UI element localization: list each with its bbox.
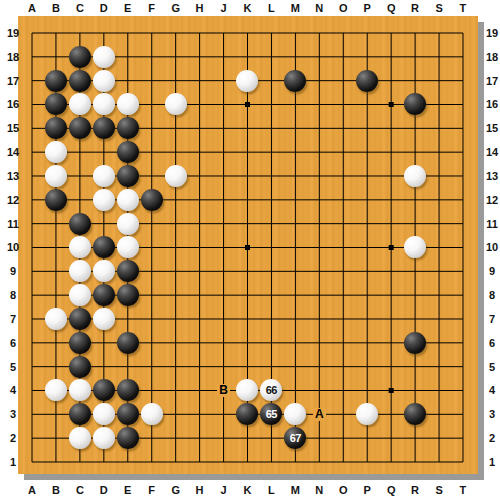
intersection-Q11[interactable] [379,212,403,236]
intersection-G3[interactable] [164,402,188,426]
intersection-F1[interactable] [140,450,164,474]
intersection-S7[interactable] [427,307,451,331]
intersection-D2[interactable] [92,426,116,450]
intersection-S1[interactable] [427,450,451,474]
intersection-D3[interactable] [92,402,116,426]
intersection-T17[interactable] [451,69,475,93]
intersection-L4[interactable]: 66 [259,379,283,403]
intersection-F6[interactable] [140,331,164,355]
intersection-P19[interactable] [355,21,379,45]
intersection-O17[interactable] [331,69,355,93]
intersection-O2[interactable] [331,426,355,450]
intersection-M3[interactable] [283,402,307,426]
intersection-M5[interactable] [283,355,307,379]
intersection-G2[interactable] [164,426,188,450]
intersection-K8[interactable] [235,283,259,307]
intersection-L13[interactable] [259,164,283,188]
intersection-H1[interactable] [188,450,212,474]
intersection-Q16[interactable] [379,93,403,117]
intersection-R7[interactable] [403,307,427,331]
intersection-L1[interactable] [259,450,283,474]
intersection-M17[interactable] [283,69,307,93]
intersection-H6[interactable] [188,331,212,355]
intersection-P17[interactable] [355,69,379,93]
intersection-R19[interactable] [403,21,427,45]
intersection-G1[interactable] [164,450,188,474]
intersection-J5[interactable] [212,355,236,379]
intersection-K2[interactable] [235,426,259,450]
intersection-P15[interactable] [355,116,379,140]
intersection-N10[interactable] [307,236,331,260]
intersection-Q3[interactable] [379,402,403,426]
intersection-O6[interactable] [331,331,355,355]
intersection-E10[interactable] [116,236,140,260]
intersection-H2[interactable] [188,426,212,450]
intersection-E18[interactable] [116,45,140,69]
intersection-K6[interactable] [235,331,259,355]
intersection-J12[interactable] [212,188,236,212]
intersection-K11[interactable] [235,212,259,236]
intersection-S18[interactable] [427,45,451,69]
intersection-J1[interactable] [212,450,236,474]
intersection-N2[interactable] [307,426,331,450]
intersection-E3[interactable] [116,402,140,426]
intersection-N15[interactable] [307,116,331,140]
intersection-K3[interactable] [235,402,259,426]
intersection-M2[interactable]: 67 [283,426,307,450]
intersection-R8[interactable] [403,283,427,307]
intersection-T1[interactable] [451,450,475,474]
intersection-B7[interactable] [44,307,68,331]
intersection-Q12[interactable] [379,188,403,212]
intersection-Q6[interactable] [379,331,403,355]
intersection-H4[interactable] [188,379,212,403]
intersection-O12[interactable] [331,188,355,212]
intersection-R2[interactable] [403,426,427,450]
intersection-S10[interactable] [427,236,451,260]
intersection-T6[interactable] [451,331,475,355]
intersection-H12[interactable] [188,188,212,212]
intersection-N9[interactable] [307,259,331,283]
intersection-H18[interactable] [188,45,212,69]
intersection-B15[interactable] [44,116,68,140]
intersection-E7[interactable] [116,307,140,331]
intersection-Q4[interactable] [379,379,403,403]
intersection-R3[interactable] [403,402,427,426]
intersection-H3[interactable] [188,402,212,426]
intersection-F19[interactable] [140,21,164,45]
intersection-C7[interactable] [68,307,92,331]
intersection-Q15[interactable] [379,116,403,140]
intersection-F2[interactable] [140,426,164,450]
intersection-J16[interactable] [212,93,236,117]
intersection-G12[interactable] [164,188,188,212]
intersection-B16[interactable] [44,93,68,117]
intersection-C1[interactable] [68,450,92,474]
intersection-T11[interactable] [451,212,475,236]
intersection-G6[interactable] [164,331,188,355]
intersection-C17[interactable] [68,69,92,93]
intersection-T14[interactable] [451,140,475,164]
intersection-S5[interactable] [427,355,451,379]
intersection-R17[interactable] [403,69,427,93]
intersection-R1[interactable] [403,450,427,474]
intersection-J11[interactable] [212,212,236,236]
intersection-C2[interactable] [68,426,92,450]
intersection-E5[interactable] [116,355,140,379]
intersection-D10[interactable] [92,236,116,260]
intersection-S11[interactable] [427,212,451,236]
intersection-C14[interactable] [68,140,92,164]
intersection-S2[interactable] [427,426,451,450]
intersection-S15[interactable] [427,116,451,140]
intersection-B17[interactable] [44,69,68,93]
intersection-N13[interactable] [307,164,331,188]
intersection-G17[interactable] [164,69,188,93]
intersection-K17[interactable] [235,69,259,93]
intersection-P3[interactable] [355,402,379,426]
intersection-L5[interactable] [259,355,283,379]
intersection-F13[interactable] [140,164,164,188]
intersection-K5[interactable] [235,355,259,379]
intersection-N17[interactable] [307,69,331,93]
intersection-G19[interactable] [164,21,188,45]
intersection-S17[interactable] [427,69,451,93]
intersection-P13[interactable] [355,164,379,188]
intersection-O1[interactable] [331,450,355,474]
intersection-M9[interactable] [283,259,307,283]
intersection-R14[interactable] [403,140,427,164]
intersection-E1[interactable] [116,450,140,474]
intersection-J14[interactable] [212,140,236,164]
intersection-P12[interactable] [355,188,379,212]
intersection-O15[interactable] [331,116,355,140]
intersection-C16[interactable] [68,93,92,117]
intersection-G14[interactable] [164,140,188,164]
intersection-M6[interactable] [283,331,307,355]
intersection-D13[interactable] [92,164,116,188]
intersection-M12[interactable] [283,188,307,212]
intersection-F10[interactable] [140,236,164,260]
intersection-F4[interactable] [140,379,164,403]
intersection-B10[interactable] [44,236,68,260]
intersection-H15[interactable] [188,116,212,140]
intersection-E17[interactable] [116,69,140,93]
intersection-R6[interactable] [403,331,427,355]
intersection-T5[interactable] [451,355,475,379]
intersection-T13[interactable] [451,164,475,188]
intersection-J17[interactable] [212,69,236,93]
intersection-T9[interactable] [451,259,475,283]
intersection-O8[interactable] [331,283,355,307]
intersection-N12[interactable] [307,188,331,212]
intersection-N11[interactable] [307,212,331,236]
intersection-Q19[interactable] [379,21,403,45]
intersection-H11[interactable] [188,212,212,236]
intersection-F12[interactable] [140,188,164,212]
intersection-M11[interactable] [283,212,307,236]
intersection-C6[interactable] [68,331,92,355]
intersection-S12[interactable] [427,188,451,212]
intersection-Q2[interactable] [379,426,403,450]
intersection-H14[interactable] [188,140,212,164]
intersection-P16[interactable] [355,93,379,117]
intersection-P9[interactable] [355,259,379,283]
intersection-R11[interactable] [403,212,427,236]
intersection-L7[interactable] [259,307,283,331]
intersection-T12[interactable] [451,188,475,212]
intersection-L17[interactable] [259,69,283,93]
intersection-T15[interactable] [451,116,475,140]
intersection-L6[interactable] [259,331,283,355]
intersection-G18[interactable] [164,45,188,69]
intersection-Q5[interactable] [379,355,403,379]
intersection-H16[interactable] [188,93,212,117]
intersection-O9[interactable] [331,259,355,283]
intersection-S16[interactable] [427,93,451,117]
intersection-G15[interactable] [164,116,188,140]
intersection-M1[interactable] [283,450,307,474]
intersection-Q7[interactable] [379,307,403,331]
intersection-B13[interactable] [44,164,68,188]
intersection-M10[interactable] [283,236,307,260]
intersection-J2[interactable] [212,426,236,450]
intersection-N3[interactable]: A [307,402,331,426]
intersection-M16[interactable] [283,93,307,117]
intersection-H9[interactable] [188,259,212,283]
intersection-K12[interactable] [235,188,259,212]
intersection-K13[interactable] [235,164,259,188]
intersection-E12[interactable] [116,188,140,212]
intersection-D14[interactable] [92,140,116,164]
intersection-E19[interactable] [116,21,140,45]
intersection-T3[interactable] [451,402,475,426]
intersection-D12[interactable] [92,188,116,212]
intersection-C11[interactable] [68,212,92,236]
intersection-K9[interactable] [235,259,259,283]
intersection-T4[interactable] [451,379,475,403]
intersection-G13[interactable] [164,164,188,188]
intersection-D1[interactable] [92,450,116,474]
intersection-M4[interactable] [283,379,307,403]
intersection-M14[interactable] [283,140,307,164]
intersection-B6[interactable] [44,331,68,355]
intersection-G10[interactable] [164,236,188,260]
intersection-R9[interactable] [403,259,427,283]
intersection-T18[interactable] [451,45,475,69]
intersection-M8[interactable] [283,283,307,307]
intersection-P6[interactable] [355,331,379,355]
intersection-D17[interactable] [92,69,116,93]
intersection-D16[interactable] [92,93,116,117]
intersection-S3[interactable] [427,402,451,426]
intersection-N14[interactable] [307,140,331,164]
intersection-G5[interactable] [164,355,188,379]
intersection-E4[interactable] [116,379,140,403]
intersection-D15[interactable] [92,116,116,140]
intersection-M15[interactable] [283,116,307,140]
intersection-H17[interactable] [188,69,212,93]
intersection-H13[interactable] [188,164,212,188]
intersection-D5[interactable] [92,355,116,379]
intersection-H5[interactable] [188,355,212,379]
intersection-O16[interactable] [331,93,355,117]
intersection-C19[interactable] [68,21,92,45]
intersection-B19[interactable] [44,21,68,45]
intersection-P8[interactable] [355,283,379,307]
intersection-C8[interactable] [68,283,92,307]
intersection-D4[interactable] [92,379,116,403]
intersection-S8[interactable] [427,283,451,307]
intersection-Q14[interactable] [379,140,403,164]
intersection-L16[interactable] [259,93,283,117]
intersection-S9[interactable] [427,259,451,283]
intersection-L12[interactable] [259,188,283,212]
intersection-H7[interactable] [188,307,212,331]
intersection-R5[interactable] [403,355,427,379]
intersection-J9[interactable] [212,259,236,283]
intersection-J10[interactable] [212,236,236,260]
intersection-F7[interactable] [140,307,164,331]
intersection-J13[interactable] [212,164,236,188]
intersection-C5[interactable] [68,355,92,379]
intersection-K18[interactable] [235,45,259,69]
intersection-F3[interactable] [140,402,164,426]
intersection-J6[interactable] [212,331,236,355]
intersection-J4[interactable]: B [212,379,236,403]
intersection-E15[interactable] [116,116,140,140]
intersection-F9[interactable] [140,259,164,283]
intersection-G4[interactable] [164,379,188,403]
intersection-J15[interactable] [212,116,236,140]
intersection-J8[interactable] [212,283,236,307]
intersection-E13[interactable] [116,164,140,188]
intersection-S13[interactable] [427,164,451,188]
intersection-J19[interactable] [212,21,236,45]
intersection-K14[interactable] [235,140,259,164]
intersection-O18[interactable] [331,45,355,69]
intersection-R15[interactable] [403,116,427,140]
intersection-K7[interactable] [235,307,259,331]
intersection-B5[interactable] [44,355,68,379]
intersection-M18[interactable] [283,45,307,69]
intersection-G8[interactable] [164,283,188,307]
intersection-L9[interactable] [259,259,283,283]
intersection-B18[interactable] [44,45,68,69]
intersection-L15[interactable] [259,116,283,140]
intersection-D6[interactable] [92,331,116,355]
intersection-C12[interactable] [68,188,92,212]
intersection-N1[interactable] [307,450,331,474]
intersection-C18[interactable] [68,45,92,69]
intersection-D19[interactable] [92,21,116,45]
intersection-B2[interactable] [44,426,68,450]
intersection-F15[interactable] [140,116,164,140]
intersection-N4[interactable] [307,379,331,403]
intersection-T10[interactable] [451,236,475,260]
intersection-B12[interactable] [44,188,68,212]
intersection-N19[interactable] [307,21,331,45]
intersection-E9[interactable] [116,259,140,283]
intersection-S14[interactable] [427,140,451,164]
intersection-R10[interactable] [403,236,427,260]
intersection-Q1[interactable] [379,450,403,474]
intersection-P18[interactable] [355,45,379,69]
intersection-E2[interactable] [116,426,140,450]
intersection-G16[interactable] [164,93,188,117]
intersection-F8[interactable] [140,283,164,307]
intersection-F17[interactable] [140,69,164,93]
intersection-R18[interactable] [403,45,427,69]
intersection-L18[interactable] [259,45,283,69]
intersection-L10[interactable] [259,236,283,260]
intersection-K10[interactable] [235,236,259,260]
intersection-S4[interactable] [427,379,451,403]
intersection-R12[interactable] [403,188,427,212]
intersection-N16[interactable] [307,93,331,117]
intersection-B9[interactable] [44,259,68,283]
intersection-L14[interactable] [259,140,283,164]
intersection-L11[interactable] [259,212,283,236]
intersection-K15[interactable] [235,116,259,140]
intersection-T2[interactable] [451,426,475,450]
intersection-J3[interactable] [212,402,236,426]
intersection-H19[interactable] [188,21,212,45]
intersection-K19[interactable] [235,21,259,45]
intersection-F18[interactable] [140,45,164,69]
intersection-T19[interactable] [451,21,475,45]
intersection-O10[interactable] [331,236,355,260]
intersection-E11[interactable] [116,212,140,236]
intersection-O4[interactable] [331,379,355,403]
intersection-D11[interactable] [92,212,116,236]
intersection-Q13[interactable] [379,164,403,188]
intersection-K4[interactable] [235,379,259,403]
intersection-O7[interactable] [331,307,355,331]
intersection-R13[interactable] [403,164,427,188]
intersection-R16[interactable] [403,93,427,117]
intersection-E8[interactable] [116,283,140,307]
intersection-F14[interactable] [140,140,164,164]
intersection-S19[interactable] [427,21,451,45]
intersection-B3[interactable] [44,402,68,426]
intersection-N5[interactable] [307,355,331,379]
intersection-K16[interactable] [235,93,259,117]
intersection-M19[interactable] [283,21,307,45]
intersection-O19[interactable] [331,21,355,45]
intersection-L19[interactable] [259,21,283,45]
intersection-J7[interactable] [212,307,236,331]
intersection-O11[interactable] [331,212,355,236]
intersection-H10[interactable] [188,236,212,260]
intersection-Q8[interactable] [379,283,403,307]
intersection-B14[interactable] [44,140,68,164]
intersection-Q10[interactable] [379,236,403,260]
intersection-C9[interactable] [68,259,92,283]
intersection-D8[interactable] [92,283,116,307]
intersection-Q17[interactable] [379,69,403,93]
intersection-P7[interactable] [355,307,379,331]
intersection-E16[interactable] [116,93,140,117]
intersection-L2[interactable] [259,426,283,450]
intersection-F5[interactable] [140,355,164,379]
intersection-O13[interactable] [331,164,355,188]
intersection-S6[interactable] [427,331,451,355]
intersection-H8[interactable] [188,283,212,307]
intersection-R4[interactable] [403,379,427,403]
intersection-C3[interactable] [68,402,92,426]
intersection-C4[interactable] [68,379,92,403]
